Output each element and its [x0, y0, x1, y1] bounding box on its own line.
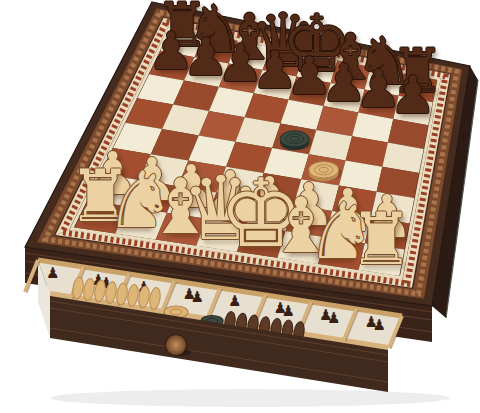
white-rook-h1[interactable]: ♜ — [349, 203, 414, 275]
chess-set-photo: ♟♟♟♟♟♟♟♟♟♟♟♟♟ ♜♞♝♛♚♝♞♜♟♟♟♟♟♟♟♟♟♟♟♟♟♟♟♟♜♞… — [0, 0, 480, 413]
pieces-layer: ♜♞♝♛♚♝♞♜♟♟♟♟♟♟♟♟♟♟♟♟♟♟♟♟♜♞♝♛♚♝♞♜ — [0, 0, 480, 413]
black-pawn-h7[interactable]: ♟ — [389, 70, 436, 122]
